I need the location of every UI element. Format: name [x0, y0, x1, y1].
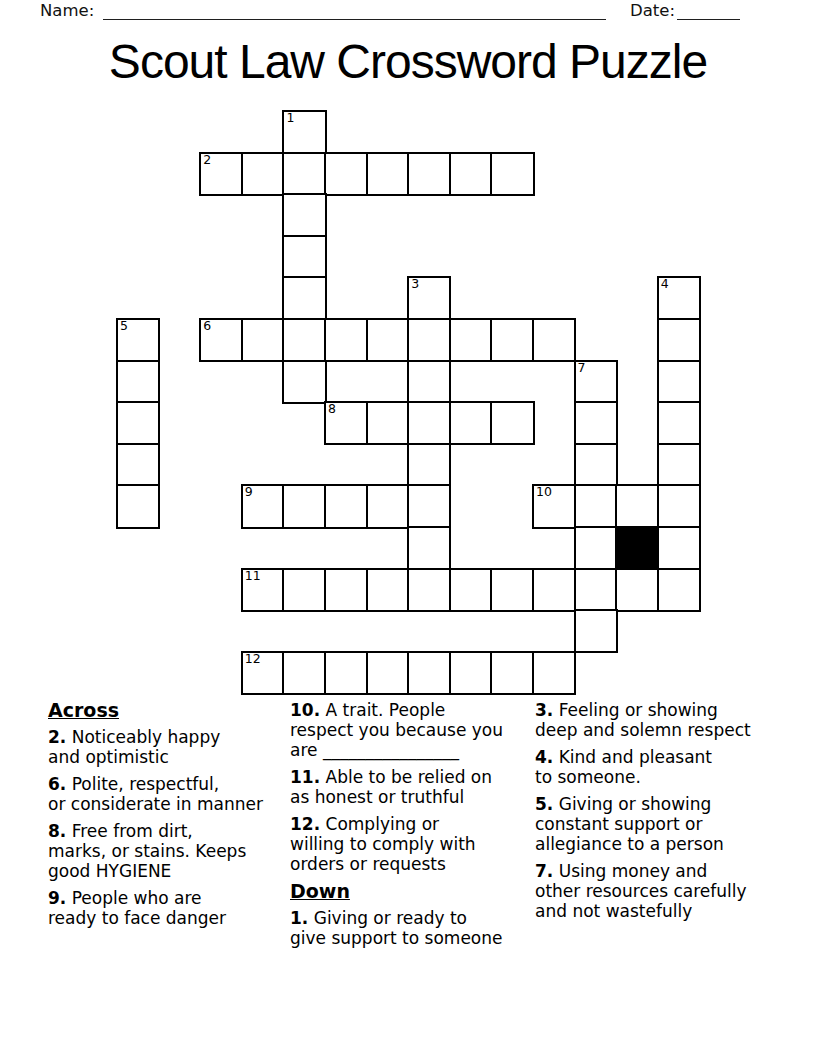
clue-number: 6	[203, 318, 211, 333]
clue-across-12: 12. Complying or willing to comply with …	[290, 814, 535, 874]
grid-cell[interactable]	[657, 526, 701, 570]
clue-number-label: 7.	[535, 861, 553, 881]
grid-cell[interactable]	[490, 318, 534, 362]
grid-cell[interactable]	[657, 568, 701, 612]
grid-cell[interactable]	[116, 484, 160, 528]
clue-text: Noticeably happy and optimistic	[48, 727, 220, 767]
clue-text: Using money and other resources carefull…	[535, 861, 747, 921]
grid-cell[interactable]	[490, 568, 534, 612]
grid-cell[interactable]	[407, 651, 451, 695]
clue-number: 3	[411, 276, 419, 291]
grid-cell[interactable]	[449, 401, 493, 445]
grid-cell[interactable]	[324, 152, 368, 196]
grid-cell[interactable]	[116, 443, 160, 487]
grid-cell[interactable]: 4	[657, 276, 701, 320]
grid-cell[interactable]	[282, 360, 326, 404]
grid-cell[interactable]: 6	[199, 318, 243, 362]
clue-text: Kind and pleasant to someone.	[535, 747, 712, 787]
grid-cell[interactable]	[532, 568, 576, 612]
clue-number-label: 2.	[48, 727, 66, 747]
clue-across-11: 11. Able to be relied on as honest or tr…	[290, 767, 535, 807]
clue-number-label: 6.	[48, 774, 66, 794]
clue-across-9: 9. People who are ready to face danger	[48, 888, 290, 928]
grid-cell[interactable]	[490, 152, 534, 196]
black-cell	[615, 526, 659, 570]
clue-number-label: 11.	[290, 767, 320, 787]
grid-cell[interactable]	[282, 235, 326, 279]
clue-number-label: 10.	[290, 700, 320, 720]
grid-cell[interactable]	[241, 152, 285, 196]
grid-cell[interactable]	[574, 401, 618, 445]
grid-cell[interactable]	[407, 443, 451, 487]
grid-cell[interactable]: 10	[532, 484, 576, 528]
grid-cell[interactable]: 12	[241, 651, 285, 695]
name-input-line[interactable]	[103, 0, 606, 20]
grid-cell[interactable]	[407, 318, 451, 362]
grid-cell[interactable]	[490, 401, 534, 445]
clue-number-label: 8.	[48, 821, 66, 841]
grid-cell[interactable]	[449, 152, 493, 196]
clue-across-2: 2. Noticeably happy and optimistic	[48, 727, 290, 767]
across-header: Across	[48, 700, 290, 721]
clue-number: 7	[578, 360, 586, 375]
grid-cell[interactable]	[407, 526, 451, 570]
grid-cell[interactable]	[532, 651, 576, 695]
grid-cell[interactable]	[449, 568, 493, 612]
grid-cell[interactable]	[366, 568, 410, 612]
grid-cell[interactable]: 11	[241, 568, 285, 612]
clue-number: 4	[661, 276, 669, 291]
grid-cell[interactable]	[574, 484, 618, 528]
clue-down-4: 4. Kind and pleasant to someone.	[535, 747, 783, 787]
clue-across-8: 8. Free from dirt, marks, or stains. Kee…	[48, 821, 290, 881]
grid-cell[interactable]: 2	[199, 152, 243, 196]
grid-cell[interactable]	[324, 651, 368, 695]
clue-text: Free from dirt, marks, or stains. Keeps …	[48, 821, 246, 881]
clue-text: A trait. People respect you because you …	[290, 700, 503, 760]
date-label: Date:	[630, 1, 675, 20]
clue-down-1: 1. Giving or ready to give support to so…	[290, 908, 535, 948]
clue-number-label: 1.	[290, 908, 308, 928]
clue-across-6: 6. Polite, respectful, or considerate in…	[48, 774, 290, 814]
clue-number: 9	[245, 484, 253, 499]
grid-cell[interactable]	[615, 568, 659, 612]
worksheet-page: Name: Date: Scout Law Crossword Puzzle 1…	[0, 0, 816, 1056]
grid-cell[interactable]	[490, 651, 534, 695]
grid-cell[interactable]	[324, 484, 368, 528]
grid-cell[interactable]	[574, 568, 618, 612]
clue-number: 12	[245, 651, 261, 666]
clue-down-7: 7. Using money and other resources caref…	[535, 861, 783, 921]
clue-number: 1	[286, 110, 294, 125]
grid-cell[interactable]	[282, 193, 326, 237]
grid-cell[interactable]	[407, 152, 451, 196]
grid-cell[interactable]	[574, 443, 618, 487]
grid-cell[interactable]	[282, 651, 326, 695]
page-title: Scout Law Crossword Puzzle	[0, 33, 816, 91]
grid-cell[interactable]	[407, 568, 451, 612]
clue-down-5: 5. Giving or showing constant support or…	[535, 794, 783, 854]
clue-number: 5	[120, 318, 128, 333]
clue-number-label: 3.	[535, 700, 553, 720]
grid-cell[interactable]	[407, 484, 451, 528]
grid-cell[interactable]	[366, 401, 410, 445]
grid-cell[interactable]	[407, 401, 451, 445]
grid-cell[interactable]: 8	[324, 401, 368, 445]
clue-text: People who are ready to face danger	[48, 888, 226, 928]
grid-cell[interactable]	[657, 443, 701, 487]
grid-cell[interactable]	[574, 526, 618, 570]
date-input-line[interactable]	[677, 0, 740, 20]
clue-number: 11	[245, 568, 261, 583]
clue-number-label: 4.	[535, 747, 553, 767]
grid-cell[interactable]	[282, 318, 326, 362]
grid-cell[interactable]	[366, 152, 410, 196]
grid-cell[interactable]: 3	[407, 276, 451, 320]
grid-cell[interactable]	[282, 484, 326, 528]
grid-cell[interactable]: 5	[116, 318, 160, 362]
grid-cell[interactable]: 7	[574, 360, 618, 404]
clue-across-10: 10. A trait. People respect you because …	[290, 700, 535, 760]
grid-cell[interactable]	[449, 318, 493, 362]
grid-cell[interactable]	[116, 401, 160, 445]
grid-cell[interactable]	[615, 484, 659, 528]
down-header: Down	[290, 881, 535, 902]
clue-number-label: 9.	[48, 888, 66, 908]
grid-cell[interactable]	[324, 318, 368, 362]
grid-cell[interactable]	[657, 484, 701, 528]
clue-text: Feeling or showing deep and solemn respe…	[535, 700, 751, 740]
clue-number-label: 12.	[290, 814, 320, 834]
grid-cell[interactable]	[657, 401, 701, 445]
grid-cell[interactable]: 9	[241, 484, 285, 528]
grid-cell[interactable]	[282, 276, 326, 320]
clue-number-label: 5.	[535, 794, 553, 814]
clue-number: 2	[203, 152, 211, 167]
grid-cell[interactable]	[282, 152, 326, 196]
grid-cell[interactable]	[366, 651, 410, 695]
clue-text: Polite, respectful, or considerate in ma…	[48, 774, 263, 814]
grid-cell[interactable]	[657, 318, 701, 362]
clues-column-2: 10. A trait. People respect you because …	[290, 700, 535, 955]
grid-cell[interactable]	[657, 360, 701, 404]
clues-column-1: Across 2. Noticeably happy and optimisti…	[48, 700, 290, 935]
grid-cell[interactable]	[241, 318, 285, 362]
clues-column-3: 3. Feeling or showing deep and solemn re…	[535, 700, 783, 928]
grid-cell[interactable]	[574, 609, 618, 653]
grid-cell[interactable]	[366, 484, 410, 528]
clue-text: Giving or ready to give support to someo…	[290, 908, 503, 948]
grid-cell[interactable]	[532, 318, 576, 362]
grid-cell[interactable]	[407, 360, 451, 404]
clue-number: 10	[536, 484, 552, 499]
name-label: Name:	[40, 1, 94, 20]
grid-cell[interactable]	[282, 568, 326, 612]
grid-cell[interactable]	[324, 568, 368, 612]
grid-cell[interactable]	[366, 318, 410, 362]
grid-cell[interactable]: 1	[282, 110, 326, 154]
grid-cell[interactable]	[449, 651, 493, 695]
clue-number: 8	[328, 401, 336, 416]
grid-cell[interactable]	[116, 360, 160, 404]
clue-down-3: 3. Feeling or showing deep and solemn re…	[535, 700, 783, 740]
clue-text: Giving or showing constant support or al…	[535, 794, 724, 854]
clue-text: Able to be relied on as honest or truthf…	[290, 767, 492, 807]
